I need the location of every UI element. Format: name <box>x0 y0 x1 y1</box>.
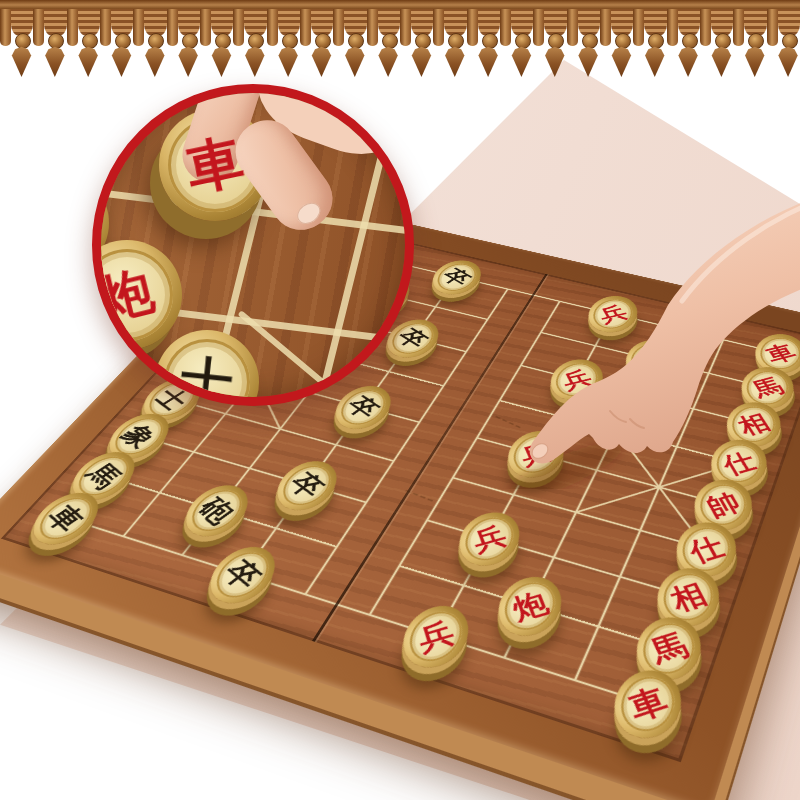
valance-slats <box>11 8 33 36</box>
valance-drop <box>277 44 300 77</box>
valance-unit <box>767 0 800 80</box>
valance-slats <box>44 8 66 36</box>
valance-med <box>215 33 231 49</box>
piece-character: 車 <box>182 132 248 198</box>
valance-med <box>415 33 431 49</box>
piece-character: 卒 <box>393 326 432 352</box>
piece-character: 卒 <box>285 469 330 502</box>
valance-slats <box>378 8 400 36</box>
piece-character: 砲 <box>194 493 240 528</box>
valance-unit <box>200 0 233 80</box>
valance-drop <box>110 44 133 77</box>
piece-character: 車 <box>624 683 672 725</box>
valance-med <box>448 33 464 49</box>
valance-slats <box>211 8 233 36</box>
valance-unit <box>600 0 633 80</box>
valance-drop <box>743 44 766 77</box>
valance-med <box>382 33 398 49</box>
decorative-border <box>0 0 800 80</box>
valance-drop <box>610 44 633 77</box>
valance-drop <box>43 44 66 77</box>
piece-character: 相 <box>666 579 711 615</box>
valance-slats <box>778 8 800 36</box>
piece-red-soldier[interactable]: 兵 <box>449 506 530 572</box>
product-photo-canvas: { "game": "xiangqi (Chinese chess)", "sc… <box>0 0 800 800</box>
piece-black-soldier[interactable]: 卒 <box>265 455 347 516</box>
piece-character: 車 <box>43 501 90 536</box>
valance-unit <box>433 0 466 80</box>
valance-med <box>15 33 31 49</box>
valance-slats <box>611 8 633 36</box>
valance-unit <box>0 0 33 80</box>
valance-unit <box>67 0 100 80</box>
valance-med <box>48 33 64 49</box>
piece-character: 炮 <box>509 588 552 624</box>
piece-character: 帥 <box>702 489 744 520</box>
valance-drop <box>310 44 333 77</box>
valance-drop <box>210 44 233 77</box>
valance-drop <box>777 44 800 77</box>
valance-slats <box>544 8 566 36</box>
valance-unit <box>467 0 500 80</box>
valance-med <box>648 33 664 49</box>
valance-drop <box>77 44 100 77</box>
valance-drop <box>677 44 700 77</box>
valance-unit <box>567 0 600 80</box>
valance-med <box>715 33 731 49</box>
valance-drop <box>643 44 666 77</box>
valance-drop <box>10 44 33 77</box>
piece-character: 卒 <box>219 556 267 594</box>
valance-med <box>482 33 498 49</box>
valance-drop <box>443 44 466 77</box>
valance-slats <box>678 8 700 36</box>
valance-slats <box>144 8 166 36</box>
valance-drop <box>143 44 166 77</box>
valance-unit <box>733 0 766 80</box>
valance-rail <box>0 0 800 9</box>
valance-slats <box>511 8 533 36</box>
valance-med <box>548 33 564 49</box>
valance-med <box>515 33 531 49</box>
piece-red-cannon[interactable]: 炮 <box>487 570 571 644</box>
piece-character: 象 <box>117 421 160 452</box>
valance-unit <box>533 0 566 80</box>
valance-slats <box>111 8 133 36</box>
valance-slats <box>78 8 100 36</box>
valance-drop <box>177 44 200 77</box>
valance-drop <box>343 44 366 77</box>
valance-slats <box>578 8 600 36</box>
valance-unit <box>500 0 533 80</box>
valance-slats <box>744 8 766 36</box>
valance-unit <box>267 0 300 80</box>
valance-slats <box>278 8 300 36</box>
valance-unit <box>100 0 133 80</box>
valance-drop <box>510 44 533 77</box>
piece-character: 馬 <box>646 629 692 668</box>
piece-character: 仕 <box>685 532 728 565</box>
valance-unit <box>300 0 333 80</box>
valance-med <box>615 33 631 49</box>
piece-black-soldier[interactable]: 卒 <box>325 381 401 435</box>
valance-unit <box>33 0 66 80</box>
valance-med <box>748 33 764 49</box>
piece-character: 兵 <box>469 522 510 555</box>
valance-med <box>115 33 131 49</box>
valance-slats <box>711 8 733 36</box>
valance-drop <box>410 44 433 77</box>
valance-slats <box>244 8 266 36</box>
valance-unit <box>667 0 700 80</box>
valance-slats <box>478 8 500 36</box>
valance-med <box>282 33 298 49</box>
magnifier-inset: 馬炮士車 <box>92 84 414 406</box>
valance-unit <box>700 0 733 80</box>
valance-med <box>348 33 364 49</box>
valance-med <box>682 33 698 49</box>
valance-drop <box>543 44 566 77</box>
valance-med <box>248 33 264 49</box>
valance-drop <box>577 44 600 77</box>
valance-slats <box>178 8 200 36</box>
valance-slats <box>411 8 433 36</box>
valance-unit <box>133 0 166 80</box>
valance-slats <box>344 8 366 36</box>
valance-slats <box>311 8 333 36</box>
piece-black-cannon[interactable]: 砲 <box>173 479 259 543</box>
valance-unit <box>333 0 366 80</box>
valance-med <box>82 33 98 49</box>
thumbnail <box>293 198 324 228</box>
valance-drop <box>377 44 400 77</box>
valance-drop <box>710 44 733 77</box>
piece-character: 馬 <box>81 460 126 493</box>
valance-med <box>182 33 198 49</box>
valance-unit <box>233 0 266 80</box>
valance-unit <box>633 0 666 80</box>
valance-slats <box>644 8 666 36</box>
valance-med <box>582 33 598 49</box>
pointing-hand <box>460 109 800 489</box>
piece-character: 兵 <box>415 617 458 655</box>
valance-unit <box>367 0 400 80</box>
valance-slats <box>444 8 466 36</box>
valance-med <box>315 33 331 49</box>
valance-drop <box>477 44 500 77</box>
valance-unit <box>167 0 200 80</box>
valance-med <box>148 33 164 49</box>
piece-character: 卒 <box>342 393 384 422</box>
valance-unit <box>400 0 433 80</box>
valance-drop <box>243 44 266 77</box>
valance-med <box>782 33 798 49</box>
